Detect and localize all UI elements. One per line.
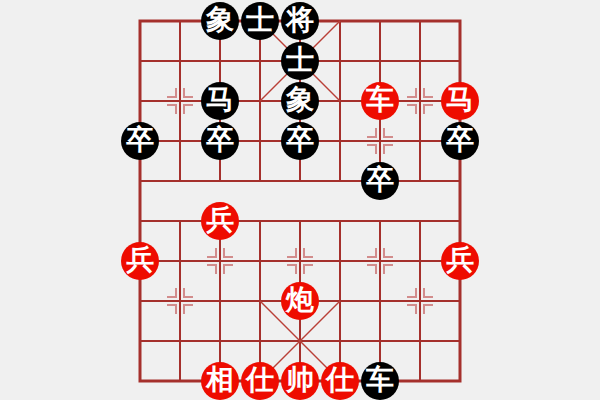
piece-glyph: 兵 — [206, 206, 234, 234]
piece-glyph: 炮 — [286, 286, 314, 314]
piece-black-elephant[interactable]: 象 — [281, 82, 319, 120]
piece-glyph: 卒 — [126, 126, 154, 154]
piece-glyph: 卒 — [206, 126, 234, 154]
piece-black-advisor[interactable]: 士 — [241, 2, 279, 40]
piece-glyph: 象 — [286, 86, 314, 114]
piece-red-advisor[interactable]: 仕 — [241, 362, 279, 400]
xiangqi-board: 象士将士马象车马卒卒卒卒卒兵兵兵炮相仕帅仕车 — [0, 0, 600, 400]
piece-black-soldier[interactable]: 卒 — [441, 122, 479, 160]
piece-glyph: 象 — [206, 6, 234, 34]
piece-glyph: 将 — [286, 6, 314, 34]
piece-glyph: 马 — [446, 86, 474, 114]
piece-glyph: 卒 — [286, 126, 314, 154]
piece-glyph: 士 — [246, 6, 274, 34]
piece-glyph: 马 — [206, 86, 234, 114]
piece-glyph: 车 — [366, 366, 394, 394]
piece-red-soldier[interactable]: 兵 — [121, 242, 159, 280]
piece-red-advisor[interactable]: 仕 — [321, 362, 359, 400]
piece-black-advisor[interactable]: 士 — [281, 42, 319, 80]
piece-glyph: 卒 — [366, 166, 394, 194]
piece-glyph: 仕 — [326, 366, 354, 394]
piece-black-elephant[interactable]: 象 — [201, 2, 239, 40]
piece-red-cannon[interactable]: 炮 — [281, 282, 319, 320]
piece-glyph: 兵 — [126, 246, 154, 274]
piece-glyph: 兵 — [446, 246, 474, 274]
piece-glyph: 相 — [206, 366, 234, 394]
piece-red-elephant[interactable]: 相 — [201, 362, 239, 400]
piece-red-soldier[interactable]: 兵 — [441, 242, 479, 280]
piece-glyph: 卒 — [446, 126, 474, 154]
piece-red-chariot[interactable]: 车 — [361, 82, 399, 120]
pieces-layer: 象士将士马象车马卒卒卒卒卒兵兵兵炮相仕帅仕车 — [120, 1, 480, 400]
piece-glyph: 仕 — [246, 366, 274, 394]
piece-black-soldier[interactable]: 卒 — [361, 162, 399, 200]
piece-black-chariot[interactable]: 车 — [361, 362, 399, 400]
piece-black-soldier[interactable]: 卒 — [201, 122, 239, 160]
piece-glyph: 车 — [366, 86, 394, 114]
piece-red-horse[interactable]: 马 — [441, 82, 479, 120]
piece-red-general[interactable]: 帅 — [281, 362, 319, 400]
piece-red-soldier[interactable]: 兵 — [201, 202, 239, 240]
piece-glyph: 士 — [286, 46, 314, 74]
piece-black-general[interactable]: 将 — [281, 2, 319, 40]
piece-black-soldier[interactable]: 卒 — [281, 122, 319, 160]
piece-black-soldier[interactable]: 卒 — [121, 122, 159, 160]
piece-glyph: 帅 — [286, 366, 314, 394]
piece-black-horse[interactable]: 马 — [201, 82, 239, 120]
